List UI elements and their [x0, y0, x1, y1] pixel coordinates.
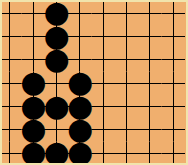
intersection-r0c2[interactable]: ●: [45, 2, 68, 25]
intersection-r4c0[interactable]: [2, 95, 22, 118]
black-stone: ●: [20, 91, 46, 121]
intersection-r1c4[interactable]: [92, 25, 115, 48]
black-stone: ●: [20, 137, 46, 163]
intersection-r2c7[interactable]: [162, 48, 185, 71]
intersection-r3c0[interactable]: [2, 72, 22, 95]
intersection-r2c3[interactable]: [68, 48, 91, 71]
intersection-r2c1[interactable]: [22, 48, 45, 71]
intersection-r6c0[interactable]: [2, 142, 22, 163]
black-stone: ●: [44, 2, 70, 27]
intersection-r6c3[interactable]: ●: [68, 142, 91, 163]
black-stone: ●: [44, 91, 70, 121]
intersection-r3c2[interactable]: [45, 72, 68, 95]
black-stone: ●: [44, 21, 70, 51]
intersection-r6c1[interactable]: ●: [22, 142, 45, 163]
intersection-r6c2[interactable]: ●: [45, 142, 68, 163]
black-stone: ●: [20, 67, 46, 97]
intersection-r0c5[interactable]: [115, 2, 138, 25]
intersection-r4c2[interactable]: ●: [45, 95, 68, 118]
black-stone: ●: [67, 114, 93, 144]
intersection-r5c3[interactable]: ●: [68, 118, 91, 141]
intersection-r2c5[interactable]: [115, 48, 138, 71]
go-grid: ●●●●●●●●●●●●●: [2, 2, 185, 163]
intersection-r0c7[interactable]: [162, 2, 185, 25]
intersection-r4c6[interactable]: [138, 95, 161, 118]
intersection-r6c5[interactable]: [115, 142, 138, 163]
intersection-r0c4[interactable]: [92, 2, 115, 25]
intersection-r1c1[interactable]: [22, 25, 45, 48]
intersection-r3c6[interactable]: [138, 72, 161, 95]
intersection-r3c3[interactable]: ●: [68, 72, 91, 95]
intersection-r2c0[interactable]: [2, 48, 22, 71]
go-board-frame: ●●●●●●●●●●●●●: [0, 0, 188, 165]
black-stone: ●: [20, 114, 46, 144]
intersection-r3c1[interactable]: ●: [22, 72, 45, 95]
intersection-r6c6[interactable]: [138, 142, 161, 163]
go-board: ●●●●●●●●●●●●●: [2, 2, 186, 163]
intersection-r0c3[interactable]: [68, 2, 91, 25]
intersection-r1c2[interactable]: ●: [45, 25, 68, 48]
intersection-r4c1[interactable]: ●: [22, 95, 45, 118]
intersection-r5c7[interactable]: [162, 118, 185, 141]
intersection-r3c4[interactable]: [92, 72, 115, 95]
intersection-r4c4[interactable]: [92, 95, 115, 118]
intersection-r5c0[interactable]: [2, 118, 22, 141]
black-stone: ●: [67, 137, 93, 163]
intersection-r1c6[interactable]: [138, 25, 161, 48]
intersection-r5c2[interactable]: [45, 118, 68, 141]
intersection-r1c5[interactable]: [115, 25, 138, 48]
intersection-r0c0[interactable]: [2, 2, 22, 25]
intersection-r5c1[interactable]: ●: [22, 118, 45, 141]
intersection-r0c6[interactable]: [138, 2, 161, 25]
black-stone: ●: [67, 91, 93, 121]
intersection-r1c3[interactable]: [68, 25, 91, 48]
intersection-r3c5[interactable]: [115, 72, 138, 95]
intersection-r5c4[interactable]: [92, 118, 115, 141]
black-stone: ●: [44, 137, 70, 163]
intersection-r6c7[interactable]: [162, 142, 185, 163]
intersection-r0c1[interactable]: [22, 2, 45, 25]
intersection-r1c7[interactable]: [162, 25, 185, 48]
intersection-r1c0[interactable]: [2, 25, 22, 48]
intersection-r2c2[interactable]: ●: [45, 48, 68, 71]
black-stone: ●: [67, 67, 93, 97]
intersection-r2c4[interactable]: [92, 48, 115, 71]
intersection-r3c7[interactable]: [162, 72, 185, 95]
intersection-r4c3[interactable]: ●: [68, 95, 91, 118]
intersection-r4c5[interactable]: [115, 95, 138, 118]
intersection-r6c4[interactable]: [92, 142, 115, 163]
intersection-r2c6[interactable]: [138, 48, 161, 71]
intersection-r4c7[interactable]: [162, 95, 185, 118]
black-stone: ●: [44, 44, 70, 74]
intersection-r5c5[interactable]: [115, 118, 138, 141]
intersection-r5c6[interactable]: [138, 118, 161, 141]
